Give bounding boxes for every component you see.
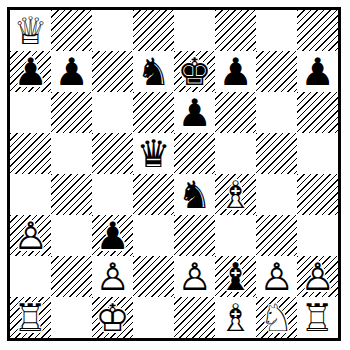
square-f7[interactable]: ♟ (215, 51, 256, 92)
square-a5[interactable] (10, 133, 51, 174)
square-c2[interactable]: ♟♙ (92, 256, 133, 297)
white-bishop-fill: ♝ (215, 297, 256, 338)
white-rook-outline: ♖ (10, 297, 51, 338)
page: { "game": "chess", "position": "Q7/pp1nk… (0, 0, 350, 350)
white-knight-outline: ♘ (256, 297, 297, 338)
square-a6[interactable] (10, 92, 51, 133)
white-knight-fill: ♞ (256, 297, 297, 338)
square-b1[interactable] (51, 297, 92, 338)
square-d5[interactable]: ♛ (133, 133, 174, 174)
square-e4[interactable]: ♞ (174, 174, 215, 215)
chess-board: ♛♕♟♟♞♚♟♟♟♛♞♝♗♟♙♟♟♙♟♙♝♟♙♟♙♜♖♚♔♝♗♞♘♜♖ (7, 7, 341, 341)
square-b3[interactable] (51, 215, 92, 256)
square-e1[interactable] (174, 297, 215, 338)
square-h6[interactable] (297, 92, 338, 133)
square-f4[interactable]: ♝♗ (215, 174, 256, 215)
square-d2[interactable] (133, 256, 174, 297)
white-rook-outline: ♖ (297, 297, 338, 338)
white-pawn-fill: ♟ (92, 256, 133, 297)
piece-white-bishop: ♝♗ (215, 297, 256, 338)
black-pawn-glyph: ♟ (215, 51, 256, 92)
piece-white-bishop: ♝♗ (215, 174, 256, 215)
white-rook-fill: ♜ (10, 297, 51, 338)
square-f8[interactable] (215, 10, 256, 51)
piece-white-rook: ♜♖ (10, 297, 51, 338)
piece-white-knight: ♞♘ (256, 297, 297, 338)
square-h7[interactable]: ♟ (297, 51, 338, 92)
square-e7[interactable]: ♚ (174, 51, 215, 92)
square-g6[interactable] (256, 92, 297, 133)
piece-white-queen: ♛♕ (10, 10, 51, 51)
piece-white-pawn: ♟♙ (174, 256, 215, 297)
square-e5[interactable] (174, 133, 215, 174)
square-h1[interactable]: ♜♖ (297, 297, 338, 338)
white-pawn-outline: ♙ (297, 256, 338, 297)
square-c3[interactable]: ♟ (92, 215, 133, 256)
square-e8[interactable] (174, 10, 215, 51)
square-h3[interactable] (297, 215, 338, 256)
square-a7[interactable]: ♟ (10, 51, 51, 92)
square-d4[interactable] (133, 174, 174, 215)
black-bishop-glyph: ♝ (215, 256, 256, 297)
white-pawn-outline: ♙ (92, 256, 133, 297)
square-a4[interactable] (10, 174, 51, 215)
white-pawn-outline: ♙ (174, 256, 215, 297)
square-d8[interactable] (133, 10, 174, 51)
piece-white-pawn: ♟♙ (297, 256, 338, 297)
square-h8[interactable] (297, 10, 338, 51)
black-queen-glyph: ♛ (133, 133, 174, 174)
square-c6[interactable] (92, 92, 133, 133)
black-pawn-glyph: ♟ (174, 92, 215, 133)
board-grid: ♛♕♟♟♞♚♟♟♟♛♞♝♗♟♙♟♟♙♟♙♝♟♙♟♙♜♖♚♔♝♗♞♘♜♖ (7, 7, 341, 341)
black-pawn-glyph: ♟ (92, 215, 133, 256)
square-e3[interactable] (174, 215, 215, 256)
piece-black-pawn: ♟ (10, 51, 51, 92)
white-rook-fill: ♜ (297, 297, 338, 338)
white-bishop-outline: ♗ (215, 297, 256, 338)
black-pawn-glyph: ♟ (51, 51, 92, 92)
black-king-glyph: ♚ (174, 51, 215, 92)
square-g1[interactable]: ♞♘ (256, 297, 297, 338)
white-pawn-fill: ♟ (10, 215, 51, 256)
square-g3[interactable] (256, 215, 297, 256)
piece-black-bishop: ♝ (215, 256, 256, 297)
black-pawn-glyph: ♟ (10, 51, 51, 92)
white-queen-fill: ♛ (10, 10, 51, 51)
piece-black-queen: ♛ (133, 133, 174, 174)
white-bishop-fill: ♝ (215, 174, 256, 215)
square-d1[interactable] (133, 297, 174, 338)
square-c8[interactable] (92, 10, 133, 51)
square-a1[interactable]: ♜♖ (10, 297, 51, 338)
piece-white-rook: ♜♖ (297, 297, 338, 338)
black-knight-glyph: ♞ (174, 174, 215, 215)
square-f3[interactable] (215, 215, 256, 256)
piece-white-pawn: ♟♙ (256, 256, 297, 297)
square-g8[interactable] (256, 10, 297, 51)
piece-white-pawn: ♟♙ (10, 215, 51, 256)
piece-black-king: ♚ (174, 51, 215, 92)
piece-white-king: ♚♔ (92, 297, 133, 338)
piece-black-knight: ♞ (133, 51, 174, 92)
black-knight-glyph: ♞ (133, 51, 174, 92)
white-pawn-fill: ♟ (174, 256, 215, 297)
square-f6[interactable] (215, 92, 256, 133)
piece-white-pawn: ♟♙ (92, 256, 133, 297)
square-h2[interactable]: ♟♙ (297, 256, 338, 297)
square-e2[interactable]: ♟♙ (174, 256, 215, 297)
white-king-outline: ♔ (92, 297, 133, 338)
square-c1[interactable]: ♚♔ (92, 297, 133, 338)
square-g7[interactable] (256, 51, 297, 92)
square-c7[interactable] (92, 51, 133, 92)
piece-black-pawn: ♟ (51, 51, 92, 92)
white-pawn-fill: ♟ (297, 256, 338, 297)
square-b7[interactable]: ♟ (51, 51, 92, 92)
white-pawn-outline: ♙ (256, 256, 297, 297)
square-d3[interactable] (133, 215, 174, 256)
white-pawn-fill: ♟ (256, 256, 297, 297)
white-queen-outline: ♕ (10, 10, 51, 51)
square-f1[interactable]: ♝♗ (215, 297, 256, 338)
square-a2[interactable] (10, 256, 51, 297)
white-bishop-outline: ♗ (215, 174, 256, 215)
square-a8[interactable]: ♛♕ (10, 10, 51, 51)
square-h5[interactable] (297, 133, 338, 174)
square-b8[interactable] (51, 10, 92, 51)
square-f5[interactable] (215, 133, 256, 174)
square-h4[interactable] (297, 174, 338, 215)
square-c4[interactable] (92, 174, 133, 215)
piece-black-pawn: ♟ (174, 92, 215, 133)
square-e6[interactable]: ♟ (174, 92, 215, 133)
square-d6[interactable] (133, 92, 174, 133)
square-f2[interactable]: ♝ (215, 256, 256, 297)
square-b6[interactable] (51, 92, 92, 133)
white-king-fill: ♚ (92, 297, 133, 338)
white-pawn-outline: ♙ (10, 215, 51, 256)
square-g2[interactable]: ♟♙ (256, 256, 297, 297)
square-b4[interactable] (51, 174, 92, 215)
square-g4[interactable] (256, 174, 297, 215)
square-b5[interactable] (51, 133, 92, 174)
black-pawn-glyph: ♟ (297, 51, 338, 92)
square-c5[interactable] (92, 133, 133, 174)
piece-black-knight: ♞ (174, 174, 215, 215)
square-b2[interactable] (51, 256, 92, 297)
square-d7[interactable]: ♞ (133, 51, 174, 92)
piece-black-pawn: ♟ (297, 51, 338, 92)
square-g5[interactable] (256, 133, 297, 174)
piece-black-pawn: ♟ (92, 215, 133, 256)
square-a3[interactable]: ♟♙ (10, 215, 51, 256)
piece-black-pawn: ♟ (215, 51, 256, 92)
